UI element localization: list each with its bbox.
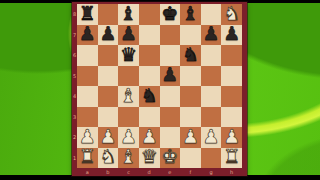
square-c7[interactable]: ♟ [118, 25, 139, 46]
square-g1[interactable] [201, 148, 222, 169]
square-h3[interactable] [221, 107, 242, 128]
piece-white-king: ♚ [161, 148, 178, 167]
square-a8[interactable]: ♜ [77, 4, 98, 25]
rank-label-6: 6 [72, 45, 77, 66]
piece-white-pawn: ♟ [203, 127, 220, 146]
square-c8[interactable]: ♝ [118, 4, 139, 25]
square-a2[interactable]: ♟ [77, 127, 98, 148]
chess-board: 87654321 ♜♝♚♝♞♟♟♟♟♟♛♞♟♝♞♟♟♟♟♟♟♟♜♞♝♛♚♜ ab… [72, 2, 247, 176]
square-f5[interactable] [180, 66, 201, 87]
square-d8[interactable] [139, 4, 160, 25]
square-h6[interactable] [221, 45, 242, 66]
video-frame: 87654321 ♜♝♚♝♞♟♟♟♟♟♛♞♟♝♞♟♟♟♟♟♟♟♜♞♝♛♚♜ ab… [0, 0, 320, 180]
square-h2[interactable]: ♟ [221, 127, 242, 148]
square-d5[interactable] [139, 66, 160, 87]
square-g5[interactable] [201, 66, 222, 87]
file-label-b: b [98, 168, 119, 176]
piece-white-pawn: ♟ [79, 127, 96, 146]
rank-label-2: 2 [72, 127, 77, 148]
rank-label-8: 8 [72, 4, 77, 25]
rank-label-1: 1 [72, 148, 77, 169]
piece-black-pawn: ♟ [161, 66, 178, 85]
square-g8[interactable] [201, 4, 222, 25]
square-e3[interactable] [160, 107, 181, 128]
file-label-c: c [118, 168, 139, 176]
square-d7[interactable] [139, 25, 160, 46]
square-d2[interactable]: ♟ [139, 127, 160, 148]
square-b1[interactable]: ♞ [98, 148, 119, 169]
piece-white-pawn: ♟ [120, 127, 137, 146]
square-d4[interactable]: ♞ [139, 86, 160, 107]
square-e8[interactable]: ♚ [160, 4, 181, 25]
piece-white-pawn: ♟ [182, 127, 199, 146]
square-f6[interactable]: ♞ [180, 45, 201, 66]
piece-white-bishop: ♝ [120, 148, 137, 167]
piece-white-knight: ♞ [99, 148, 116, 167]
square-b2[interactable]: ♟ [98, 127, 119, 148]
square-a3[interactable] [77, 107, 98, 128]
square-h4[interactable] [221, 86, 242, 107]
square-d3[interactable] [139, 107, 160, 128]
square-f7[interactable] [180, 25, 201, 46]
piece-black-bishop: ♝ [120, 4, 137, 23]
square-b5[interactable] [98, 66, 119, 87]
piece-white-pawn: ♟ [99, 127, 116, 146]
rank-labels: 87654321 [72, 4, 77, 168]
rank-label-5: 5 [72, 66, 77, 87]
square-g2[interactable]: ♟ [201, 127, 222, 148]
square-c4[interactable]: ♝ [118, 86, 139, 107]
square-g3[interactable] [201, 107, 222, 128]
square-f2[interactable]: ♟ [180, 127, 201, 148]
square-e4[interactable] [160, 86, 181, 107]
square-g6[interactable] [201, 45, 222, 66]
square-b6[interactable] [98, 45, 119, 66]
square-d6[interactable] [139, 45, 160, 66]
square-b4[interactable] [98, 86, 119, 107]
square-d1[interactable]: ♛ [139, 148, 160, 169]
piece-white-queen: ♛ [141, 148, 158, 167]
board-squares: ♜♝♚♝♞♟♟♟♟♟♛♞♟♝♞♟♟♟♟♟♟♟♜♞♝♛♚♜ [77, 4, 242, 168]
rank-label-3: 3 [72, 107, 77, 128]
square-e6[interactable] [160, 45, 181, 66]
square-c1[interactable]: ♝ [118, 148, 139, 169]
square-c3[interactable] [118, 107, 139, 128]
square-b3[interactable] [98, 107, 119, 128]
square-f8[interactable]: ♝ [180, 4, 201, 25]
piece-black-bishop: ♝ [182, 4, 199, 23]
square-b8[interactable] [98, 4, 119, 25]
square-e5[interactable]: ♟ [160, 66, 181, 87]
square-f4[interactable] [180, 86, 201, 107]
piece-white-rook: ♜ [223, 148, 240, 167]
file-label-d: d [139, 168, 160, 176]
piece-black-knight: ♞ [141, 86, 158, 105]
square-c5[interactable] [118, 66, 139, 87]
file-label-g: g [201, 168, 222, 176]
piece-black-pawn: ♟ [223, 25, 240, 44]
square-g7[interactable]: ♟ [201, 25, 222, 46]
rank-label-4: 4 [72, 86, 77, 107]
file-label-h: h [221, 168, 242, 176]
square-c6[interactable]: ♛ [118, 45, 139, 66]
piece-white-bishop: ♝ [120, 86, 137, 105]
piece-black-knight: ♞ [182, 45, 199, 64]
square-c2[interactable]: ♟ [118, 127, 139, 148]
square-a6[interactable] [77, 45, 98, 66]
file-label-a: a [77, 168, 98, 176]
square-a4[interactable] [77, 86, 98, 107]
square-h8[interactable]: ♞ [221, 4, 242, 25]
square-a1[interactable]: ♜ [77, 148, 98, 169]
square-h5[interactable] [221, 66, 242, 87]
piece-white-pawn: ♟ [141, 127, 158, 146]
piece-white-pawn: ♟ [223, 127, 240, 146]
piece-black-king: ♚ [161, 4, 178, 23]
square-f1[interactable] [180, 148, 201, 169]
square-b7[interactable]: ♟ [98, 25, 119, 46]
square-g4[interactable] [201, 86, 222, 107]
piece-black-pawn: ♟ [203, 25, 220, 44]
square-e7[interactable] [160, 25, 181, 46]
piece-black-rook: ♜ [79, 4, 96, 23]
rank-label-7: 7 [72, 25, 77, 46]
piece-white-knight: ♞ [223, 4, 240, 23]
square-f3[interactable] [180, 107, 201, 128]
square-a7[interactable]: ♟ [77, 25, 98, 46]
file-label-f: f [180, 168, 201, 176]
piece-black-queen: ♛ [120, 45, 137, 64]
file-label-e: e [160, 168, 181, 176]
piece-black-pawn: ♟ [99, 25, 116, 44]
piece-black-pawn: ♟ [79, 25, 96, 44]
square-e1[interactable]: ♚ [160, 148, 181, 169]
square-e2[interactable] [160, 127, 181, 148]
square-h7[interactable]: ♟ [221, 25, 242, 46]
file-labels: abcdefgh [77, 168, 242, 176]
square-h1[interactable]: ♜ [221, 148, 242, 169]
square-a5[interactable] [77, 66, 98, 87]
piece-black-pawn: ♟ [120, 25, 137, 44]
piece-white-rook: ♜ [79, 148, 96, 167]
